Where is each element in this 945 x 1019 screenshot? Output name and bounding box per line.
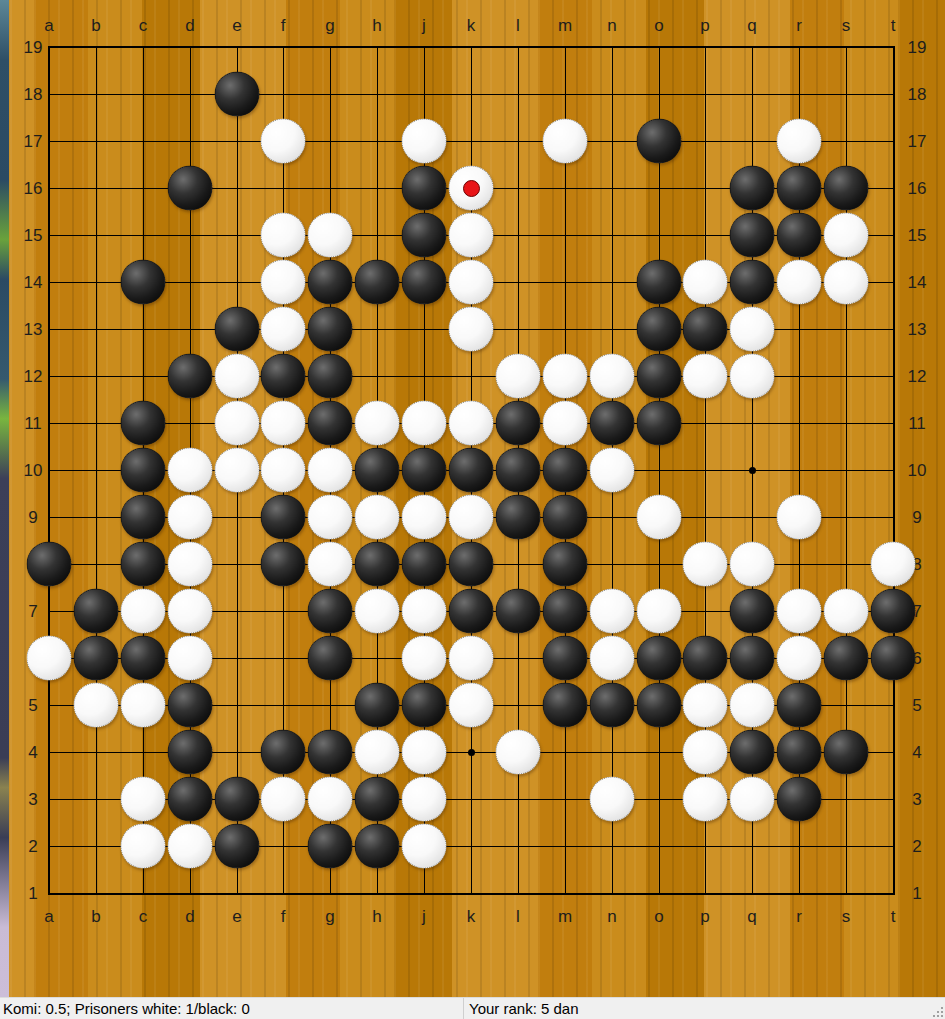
black-stone-d4 xyxy=(168,730,213,775)
black-stone-o14 xyxy=(637,260,682,305)
black-stone-n5 xyxy=(590,683,635,728)
white-stone-j11 xyxy=(402,401,447,446)
white-stone-a6 xyxy=(27,636,72,681)
white-stone-c3 xyxy=(121,777,166,822)
black-stone-g6 xyxy=(308,636,353,681)
black-stone-s6 xyxy=(824,636,869,681)
coord-label-col-j: j xyxy=(422,908,426,925)
black-stone-m9 xyxy=(543,495,588,540)
coord-label-row-1: 1 xyxy=(912,885,921,902)
black-stone-r5 xyxy=(777,683,822,728)
black-stone-m6 xyxy=(543,636,588,681)
black-stone-q4 xyxy=(730,730,775,775)
coord-label-col-k: k xyxy=(467,17,476,34)
white-stone-d7 xyxy=(168,589,213,634)
status-komi-prisoners: Komi: 0.5; Prisoners white: 1/black: 0 xyxy=(3,1000,250,1017)
coord-label-row-16: 16 xyxy=(24,180,43,197)
white-stone-f17 xyxy=(261,119,306,164)
white-stone-s14 xyxy=(824,260,869,305)
coord-label-row-12: 12 xyxy=(908,368,927,385)
coord-label-row-5: 5 xyxy=(912,697,921,714)
black-stone-c10 xyxy=(121,448,166,493)
coord-label-col-m: m xyxy=(558,17,572,34)
coord-label-col-s: s xyxy=(842,908,851,925)
black-stone-c11 xyxy=(121,401,166,446)
star-point-q10 xyxy=(749,467,756,474)
coord-label-row-10: 10 xyxy=(24,462,43,479)
coord-label-row-13: 13 xyxy=(908,321,927,338)
coord-label-col-t: t xyxy=(891,908,896,925)
white-stone-g8 xyxy=(308,542,353,587)
black-stone-p6 xyxy=(683,636,728,681)
window-resize-grip[interactable] xyxy=(933,1007,943,1017)
coord-label-col-f: f xyxy=(281,17,286,34)
coord-label-col-r: r xyxy=(796,17,802,34)
white-stone-k5 xyxy=(449,683,494,728)
white-stone-p3 xyxy=(683,777,728,822)
white-stone-j7 xyxy=(402,589,447,634)
white-stone-n10 xyxy=(590,448,635,493)
coord-label-row-15: 15 xyxy=(24,227,43,244)
coord-label-col-q: q xyxy=(747,17,756,34)
white-stone-f14 xyxy=(261,260,306,305)
black-stone-g13 xyxy=(308,307,353,352)
white-stone-q5 xyxy=(730,683,775,728)
go-board[interactable]: aabbccddeeffgghhjjkkllmmnnooppqqrrsstt19… xyxy=(0,0,945,997)
black-stone-s4 xyxy=(824,730,869,775)
coord-label-row-7: 7 xyxy=(28,603,37,620)
black-stone-a8 xyxy=(27,542,72,587)
black-stone-d3 xyxy=(168,777,213,822)
coord-label-row-14: 14 xyxy=(24,274,43,291)
coord-label-col-d: d xyxy=(185,17,194,34)
white-stone-k11 xyxy=(449,401,494,446)
white-stone-t8 xyxy=(871,542,916,587)
coord-label-col-e: e xyxy=(232,908,241,925)
white-stone-r17 xyxy=(777,119,822,164)
star-point-k4 xyxy=(468,749,475,756)
white-stone-m17 xyxy=(543,119,588,164)
black-stone-q7 xyxy=(730,589,775,634)
black-stone-h14 xyxy=(355,260,400,305)
coord-label-col-q: q xyxy=(747,908,756,925)
white-stone-h11 xyxy=(355,401,400,446)
white-stone-h4 xyxy=(355,730,400,775)
coord-label-col-n: n xyxy=(607,908,616,925)
white-stone-d6 xyxy=(168,636,213,681)
status-rank: Your rank: 5 dan xyxy=(469,1000,579,1017)
coord-label-col-j: j xyxy=(422,17,426,34)
white-stone-q8 xyxy=(730,542,775,587)
black-stone-l10 xyxy=(496,448,541,493)
coord-label-col-t: t xyxy=(891,17,896,34)
black-stone-m10 xyxy=(543,448,588,493)
status-bar: Komi: 0.5; Prisoners white: 1/black: 0 Y… xyxy=(0,997,945,1019)
black-stone-o12 xyxy=(637,354,682,399)
white-stone-g9 xyxy=(308,495,353,540)
white-stone-p14 xyxy=(683,260,728,305)
white-stone-d9 xyxy=(168,495,213,540)
white-stone-p5 xyxy=(683,683,728,728)
black-stone-r15 xyxy=(777,213,822,258)
black-stone-g14 xyxy=(308,260,353,305)
coord-label-col-h: h xyxy=(372,908,381,925)
coord-label-col-a: a xyxy=(44,17,53,34)
white-stone-p12 xyxy=(683,354,728,399)
black-stone-j5 xyxy=(402,683,447,728)
white-stone-r14 xyxy=(777,260,822,305)
coord-label-row-18: 18 xyxy=(24,86,43,103)
white-stone-q12 xyxy=(730,354,775,399)
black-stone-t7 xyxy=(871,589,916,634)
coord-label-row-2: 2 xyxy=(912,838,921,855)
desktop-background-strip xyxy=(0,0,9,997)
white-stone-h7 xyxy=(355,589,400,634)
coord-label-col-b: b xyxy=(91,908,100,925)
black-stone-h10 xyxy=(355,448,400,493)
white-stone-d2 xyxy=(168,824,213,869)
white-stone-n6 xyxy=(590,636,635,681)
white-stone-f10 xyxy=(261,448,306,493)
white-stone-e11 xyxy=(215,401,260,446)
black-stone-d12 xyxy=(168,354,213,399)
coord-label-row-19: 19 xyxy=(908,39,927,56)
black-stone-q6 xyxy=(730,636,775,681)
coord-label-row-4: 4 xyxy=(28,744,37,761)
coord-label-row-10: 10 xyxy=(908,462,927,479)
black-stone-h3 xyxy=(355,777,400,822)
black-stone-n11 xyxy=(590,401,635,446)
coord-label-row-4: 4 xyxy=(912,744,921,761)
black-stone-j16 xyxy=(402,166,447,211)
white-stone-b5 xyxy=(74,683,119,728)
black-stone-m8 xyxy=(543,542,588,587)
white-stone-f3 xyxy=(261,777,306,822)
black-stone-g7 xyxy=(308,589,353,634)
white-stone-n7 xyxy=(590,589,635,634)
coord-label-col-p: p xyxy=(700,908,709,925)
coord-label-row-15: 15 xyxy=(908,227,927,244)
coord-label-col-o: o xyxy=(654,908,663,925)
coord-label-row-11: 11 xyxy=(908,415,926,432)
white-stone-s15 xyxy=(824,213,869,258)
black-stone-e2 xyxy=(215,824,260,869)
coord-label-row-9: 9 xyxy=(28,509,37,526)
coord-label-col-o: o xyxy=(654,17,663,34)
coord-label-row-5: 5 xyxy=(28,697,37,714)
black-stone-l7 xyxy=(496,589,541,634)
black-stone-k10 xyxy=(449,448,494,493)
black-stone-k8 xyxy=(449,542,494,587)
white-stone-q13 xyxy=(730,307,775,352)
coord-label-col-e: e xyxy=(232,17,241,34)
white-stone-m11 xyxy=(543,401,588,446)
coord-label-row-3: 3 xyxy=(28,791,37,808)
white-stone-k6 xyxy=(449,636,494,681)
black-stone-o5 xyxy=(637,683,682,728)
black-stone-o11 xyxy=(637,401,682,446)
coord-label-col-f: f xyxy=(281,908,286,925)
black-stone-d5 xyxy=(168,683,213,728)
black-stone-h5 xyxy=(355,683,400,728)
white-stone-l4 xyxy=(496,730,541,775)
white-stone-k15 xyxy=(449,213,494,258)
coord-label-col-h: h xyxy=(372,17,381,34)
white-stone-n12 xyxy=(590,354,635,399)
black-stone-g11 xyxy=(308,401,353,446)
white-stone-d8 xyxy=(168,542,213,587)
black-stone-l9 xyxy=(496,495,541,540)
white-stone-j9 xyxy=(402,495,447,540)
coord-label-col-b: b xyxy=(91,17,100,34)
white-stone-n3 xyxy=(590,777,635,822)
black-stone-q16 xyxy=(730,166,775,211)
black-stone-j14 xyxy=(402,260,447,305)
black-stone-g2 xyxy=(308,824,353,869)
white-stone-g15 xyxy=(308,213,353,258)
black-stone-f9 xyxy=(261,495,306,540)
white-stone-r7 xyxy=(777,589,822,634)
black-stone-r4 xyxy=(777,730,822,775)
coord-label-col-l: l xyxy=(516,17,520,34)
black-stone-c14 xyxy=(121,260,166,305)
white-stone-f15 xyxy=(261,213,306,258)
coord-label-row-17: 17 xyxy=(24,133,43,150)
white-stone-j4 xyxy=(402,730,447,775)
white-stone-k14 xyxy=(449,260,494,305)
white-stone-k13 xyxy=(449,307,494,352)
black-stone-o6 xyxy=(637,636,682,681)
black-stone-e13 xyxy=(215,307,260,352)
white-stone-g3 xyxy=(308,777,353,822)
white-stone-d10 xyxy=(168,448,213,493)
black-stone-t6 xyxy=(871,636,916,681)
coord-label-col-a: a xyxy=(44,908,53,925)
white-stone-r6 xyxy=(777,636,822,681)
coord-label-col-d: d xyxy=(185,908,194,925)
black-stone-j15 xyxy=(402,213,447,258)
white-stone-f13 xyxy=(261,307,306,352)
white-stone-e12 xyxy=(215,354,260,399)
black-stone-e18 xyxy=(215,72,260,117)
coord-label-col-g: g xyxy=(325,908,334,925)
coord-label-col-p: p xyxy=(700,17,709,34)
white-stone-p8 xyxy=(683,542,728,587)
black-stone-r16 xyxy=(777,166,822,211)
white-stone-f11 xyxy=(261,401,306,446)
black-stone-s16 xyxy=(824,166,869,211)
coord-label-row-13: 13 xyxy=(24,321,43,338)
black-stone-q14 xyxy=(730,260,775,305)
black-stone-l11 xyxy=(496,401,541,446)
white-stone-r9 xyxy=(777,495,822,540)
black-stone-c8 xyxy=(121,542,166,587)
coord-label-row-16: 16 xyxy=(908,180,927,197)
white-stone-p4 xyxy=(683,730,728,775)
white-stone-l12 xyxy=(496,354,541,399)
black-stone-f8 xyxy=(261,542,306,587)
status-bar-divider xyxy=(463,998,464,1019)
white-stone-j3 xyxy=(402,777,447,822)
black-stone-f12 xyxy=(261,354,306,399)
last-move-marker xyxy=(463,180,480,197)
white-stone-j6 xyxy=(402,636,447,681)
black-stone-c6 xyxy=(121,636,166,681)
white-stone-g10 xyxy=(308,448,353,493)
black-stone-f4 xyxy=(261,730,306,775)
white-stone-m12 xyxy=(543,354,588,399)
black-stone-g12 xyxy=(308,354,353,399)
white-stone-s7 xyxy=(824,589,869,634)
black-stone-p13 xyxy=(683,307,728,352)
coord-label-row-18: 18 xyxy=(908,86,927,103)
coord-label-col-c: c xyxy=(139,908,148,925)
black-stone-o13 xyxy=(637,307,682,352)
white-stone-k9 xyxy=(449,495,494,540)
black-stone-j10 xyxy=(402,448,447,493)
black-stone-b6 xyxy=(74,636,119,681)
white-stone-k16 xyxy=(449,166,494,211)
coord-label-col-m: m xyxy=(558,908,572,925)
white-stone-c2 xyxy=(121,824,166,869)
white-stone-q3 xyxy=(730,777,775,822)
white-stone-j17 xyxy=(402,119,447,164)
coord-label-col-r: r xyxy=(796,908,802,925)
coord-label-row-17: 17 xyxy=(908,133,927,150)
coord-label-row-1: 1 xyxy=(28,885,37,902)
white-stone-h9 xyxy=(355,495,400,540)
black-stone-k7 xyxy=(449,589,494,634)
black-stone-q15 xyxy=(730,213,775,258)
black-stone-h8 xyxy=(355,542,400,587)
black-stone-b7 xyxy=(74,589,119,634)
coord-label-row-12: 12 xyxy=(24,368,43,385)
coord-label-col-c: c xyxy=(139,17,148,34)
black-stone-g4 xyxy=(308,730,353,775)
black-stone-m5 xyxy=(543,683,588,728)
coord-label-col-g: g xyxy=(325,17,334,34)
black-stone-d16 xyxy=(168,166,213,211)
coord-label-col-s: s xyxy=(842,17,851,34)
black-stone-e3 xyxy=(215,777,260,822)
white-stone-c5 xyxy=(121,683,166,728)
coord-label-row-2: 2 xyxy=(28,838,37,855)
black-stone-o17 xyxy=(637,119,682,164)
black-stone-j8 xyxy=(402,542,447,587)
coord-label-row-9: 9 xyxy=(912,509,921,526)
black-stone-m7 xyxy=(543,589,588,634)
white-stone-c7 xyxy=(121,589,166,634)
black-stone-h2 xyxy=(355,824,400,869)
coord-label-row-3: 3 xyxy=(912,791,921,808)
white-stone-o9 xyxy=(637,495,682,540)
coord-label-col-l: l xyxy=(516,908,520,925)
black-stone-r3 xyxy=(777,777,822,822)
white-stone-j2 xyxy=(402,824,447,869)
coord-label-row-19: 19 xyxy=(24,39,43,56)
coord-label-row-11: 11 xyxy=(24,415,42,432)
coord-label-row-14: 14 xyxy=(908,274,927,291)
white-stone-o7 xyxy=(637,589,682,634)
coord-label-col-k: k xyxy=(467,908,476,925)
white-stone-e10 xyxy=(215,448,260,493)
coord-label-col-n: n xyxy=(607,17,616,34)
black-stone-c9 xyxy=(121,495,166,540)
